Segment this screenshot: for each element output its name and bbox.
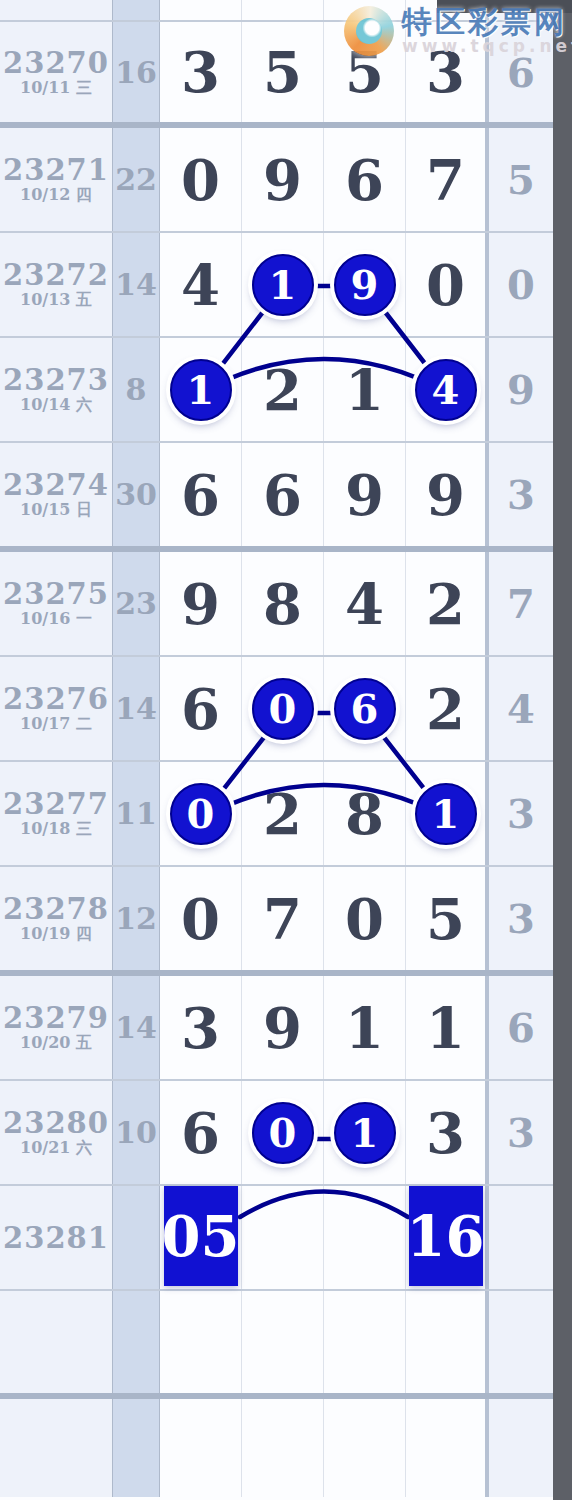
digit-cell-col1: 05: [160, 1186, 242, 1289]
count-cell: 14: [113, 657, 160, 760]
issue-date-cell: 2327110/12 四: [0, 128, 113, 231]
draw-date: 10/18 三: [20, 819, 92, 838]
digit-cell-col3: [324, 1186, 406, 1289]
digit: 8: [263, 571, 302, 637]
swirl-logo-icon: [344, 6, 394, 56]
site-name: 特区彩票网: [402, 6, 572, 38]
digit: 1: [345, 357, 384, 423]
digit-cell-col4: 1: [406, 976, 489, 1079]
issue-date-cell: 2327210/13 五: [0, 233, 113, 336]
digit-cell-col2: [242, 0, 324, 20]
issue-date-cell: 2327310/14 六: [0, 338, 113, 441]
table-row-23274: 2327410/15 日3066993: [0, 443, 572, 552]
digit: 2: [426, 571, 465, 637]
digit: 6: [263, 462, 302, 528]
digit-cell-col2: [242, 1186, 324, 1289]
issue-number: 23276: [3, 684, 109, 714]
digit: 0: [181, 886, 220, 952]
count-cell: 22: [113, 128, 160, 231]
digit-cell-col3: 1: [324, 1081, 406, 1184]
digit-cell-col1: 6: [160, 443, 242, 546]
digit-cell-col3: [324, 1399, 406, 1497]
digit-cell-col3: 9: [324, 233, 406, 336]
draw-date: 10/16 一: [20, 609, 92, 628]
digit: 1: [426, 995, 465, 1061]
digit: 5: [426, 886, 465, 952]
digit: 3: [181, 995, 220, 1061]
draw-date: 10/19 四: [20, 924, 92, 943]
circled-digit: 6: [334, 678, 396, 740]
digit-cell-col3: 1: [324, 976, 406, 1079]
digit-cell-col1: [160, 0, 242, 20]
digit-cell-col4: 4: [406, 338, 489, 441]
table-row-23275: 2327510/16 一2398427: [0, 552, 572, 657]
digit: 4: [345, 571, 384, 637]
digit: 0: [181, 147, 220, 213]
digit-cell-col1: [160, 1291, 242, 1393]
issue-number: 23277: [3, 789, 109, 819]
digit-cell-col1: 3: [160, 976, 242, 1079]
draw-date: 10/14 六: [20, 395, 92, 414]
issue-number: 23281: [3, 1223, 109, 1253]
draw-date: 10/15 日: [20, 500, 92, 519]
draw-date: 10/12 四: [20, 185, 92, 204]
circled-digit: 1: [415, 783, 477, 845]
digit-cell-col3: 6: [324, 657, 406, 760]
digit-cell-col1: 9: [160, 552, 242, 655]
issue-number: 23275: [3, 579, 109, 609]
page-background-strip: [553, 0, 572, 1500]
digit-cell-col2: 0: [242, 1081, 324, 1184]
digit: 6: [181, 676, 220, 742]
digit-cell-col3: 6: [324, 128, 406, 231]
count-cell: 11: [113, 762, 160, 865]
count-cell: 30: [113, 443, 160, 546]
circled-digit: 1: [170, 359, 232, 421]
digit: 2: [263, 357, 302, 423]
digit-cell-col4: [406, 1399, 489, 1497]
digit: 1: [345, 995, 384, 1061]
digit: 6: [181, 1100, 220, 1166]
count-cell: 8: [113, 338, 160, 441]
digit-cell-col2: 7: [242, 867, 324, 970]
issue-date-cell: [0, 1291, 113, 1393]
digit: 9: [263, 995, 302, 1061]
issue-number: 23278: [3, 894, 109, 924]
issue-date-cell: 2328010/21 六: [0, 1081, 113, 1184]
digit-cell-col4: 16: [406, 1186, 489, 1289]
table-row-23280: 2328010/21 六1060133: [0, 1081, 572, 1186]
digit: 7: [426, 147, 465, 213]
table-row-23281: 232810516: [0, 1186, 572, 1291]
issue-date-cell: 2327410/15 日: [0, 443, 113, 546]
digit-cell-col3: [324, 1291, 406, 1393]
digit-cell-col4: 2: [406, 552, 489, 655]
site-logo[interactable]: 特区彩票网 www.tqcp.net: [344, 6, 572, 56]
digit-cell-col3: 8: [324, 762, 406, 865]
draw-date: 10/20 五: [20, 1033, 92, 1052]
digit: 5: [263, 39, 302, 105]
issue-date-cell: 2327010/11 三: [0, 22, 113, 122]
digit-cell-col4: 5: [406, 867, 489, 970]
digit-cell-col1: 0: [160, 128, 242, 231]
digit: 6: [345, 147, 384, 213]
issue-number: 23273: [3, 365, 109, 395]
digit-cell-col2: 2: [242, 762, 324, 865]
issue-date-cell: 2327610/17 二: [0, 657, 113, 760]
table-row-empty-13: [0, 1291, 572, 1399]
digit: 4: [181, 252, 220, 318]
digit: 0: [426, 252, 465, 318]
digit-cell-col2: 9: [242, 976, 324, 1079]
swirl-logo-icon-center: [356, 18, 382, 44]
forecast-square: 05: [164, 1186, 238, 1286]
table-row-23276: 2327610/17 二1460624: [0, 657, 572, 762]
count-cell: 10: [113, 1081, 160, 1184]
digit-cell-col4: 1: [406, 762, 489, 865]
digit-cell-col4: [406, 1291, 489, 1393]
issue-date-cell: [0, 1399, 113, 1497]
draw-date: 10/17 二: [20, 714, 92, 733]
issue-date-cell: 23281: [0, 1186, 113, 1289]
digit-cell-col4: 9: [406, 443, 489, 546]
issue-date-cell: 2327910/20 五: [0, 976, 113, 1079]
site-url-watermark: www.tqcp.net: [402, 38, 572, 55]
table-row-23278: 2327810/19 四1207053: [0, 867, 572, 976]
table-row-empty-14: [0, 1399, 572, 1497]
count-cell: 12: [113, 867, 160, 970]
digit-cell-col1: 4: [160, 233, 242, 336]
issue-number: 23280: [3, 1108, 109, 1138]
digit-cell-col2: 8: [242, 552, 324, 655]
count-cell: [113, 1291, 160, 1393]
issue-number: 23270: [3, 48, 109, 78]
issue-number: 23272: [3, 260, 109, 290]
draw-date: 10/11 三: [20, 78, 92, 97]
logo-texts: 特区彩票网 www.tqcp.net: [402, 6, 572, 55]
digit-cell-col1: [160, 1399, 242, 1497]
digit: 0: [345, 886, 384, 952]
digit: 8: [345, 781, 384, 847]
digit-cell-col4: 3: [406, 1081, 489, 1184]
digit: 3: [426, 1100, 465, 1166]
circled-digit: 0: [252, 678, 314, 740]
digit: 6: [181, 462, 220, 528]
count-cell: 14: [113, 976, 160, 1079]
digit-cell-col3: 1: [324, 338, 406, 441]
digit: 7: [263, 886, 302, 952]
digit-cell-col1: 0: [160, 867, 242, 970]
issue-date-cell: [0, 0, 113, 20]
circled-digit: 0: [170, 783, 232, 845]
count-cell: 14: [113, 233, 160, 336]
lottery-trend-chart-screen: 2327010/11 三16355362327110/12 四220967523…: [0, 0, 572, 1500]
circled-digit: 4: [415, 359, 477, 421]
digit-cell-col2: 5: [242, 22, 324, 122]
circled-digit: 0: [252, 1102, 314, 1164]
count-cell: [113, 1186, 160, 1289]
table-row-23277: 2327710/18 三1102813: [0, 762, 572, 867]
digit-cell-col1: 6: [160, 1081, 242, 1184]
circled-digit: 9: [334, 254, 396, 316]
digit-cell-col4: 2: [406, 657, 489, 760]
table-row-23273: 2327310/14 六812149: [0, 338, 572, 443]
circled-digit: 1: [252, 254, 314, 316]
issue-number: 23274: [3, 470, 109, 500]
chart-table: 2327010/11 三16355362327110/12 四220967523…: [0, 0, 572, 1497]
table-row-23272: 2327210/13 五1441900: [0, 233, 572, 338]
count-cell: [113, 0, 160, 20]
digit-cell-col2: [242, 1291, 324, 1393]
digit-cell-col2: 0: [242, 657, 324, 760]
digit: 9: [181, 571, 220, 637]
circled-digit: 1: [334, 1102, 396, 1164]
issue-number: 23279: [3, 1003, 109, 1033]
digit-cell-col3: 0: [324, 867, 406, 970]
issue-date-cell: 2327710/18 三: [0, 762, 113, 865]
digit: 9: [345, 462, 384, 528]
draw-date: 10/13 五: [20, 290, 92, 309]
digit: 9: [426, 462, 465, 528]
issue-date-cell: 2327510/16 一: [0, 552, 113, 655]
digit-cell-col3: 9: [324, 443, 406, 546]
digit: 9: [263, 147, 302, 213]
digit: 2: [426, 676, 465, 742]
issue-date-cell: 2327810/19 四: [0, 867, 113, 970]
digit-cell-col1: 6: [160, 657, 242, 760]
count-cell: 16: [113, 22, 160, 122]
digit-cell-col2: 6: [242, 443, 324, 546]
digit-cell-col2: 2: [242, 338, 324, 441]
draw-date: 10/21 六: [20, 1138, 92, 1157]
digit-cell-col1: 1: [160, 338, 242, 441]
count-cell: 23: [113, 552, 160, 655]
table-row-23279: 2327910/20 五1439116: [0, 976, 572, 1081]
issue-number: 23271: [3, 155, 109, 185]
digit: 2: [263, 781, 302, 847]
digit-cell-col4: 0: [406, 233, 489, 336]
digit-cell-col2: 9: [242, 128, 324, 231]
digit-cell-col4: 7: [406, 128, 489, 231]
digit-cell-col2: [242, 1399, 324, 1497]
count-cell: [113, 1399, 160, 1497]
digit-cell-col1: 3: [160, 22, 242, 122]
forecast-square: 16: [409, 1186, 483, 1286]
table-row-23271: 2327110/12 四2209675: [0, 128, 572, 233]
digit-cell-col2: 1: [242, 233, 324, 336]
digit-cell-col1: 0: [160, 762, 242, 865]
digit: 3: [181, 39, 220, 105]
digit-cell-col3: 4: [324, 552, 406, 655]
